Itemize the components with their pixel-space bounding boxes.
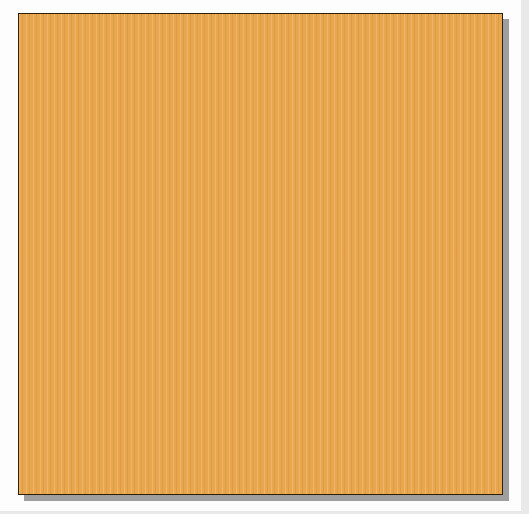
window-edge-right bbox=[521, 0, 529, 514]
go-game-screenshot bbox=[0, 0, 529, 514]
goban[interactable] bbox=[18, 13, 503, 495]
right-coordinates bbox=[501, 16, 521, 494]
left-coordinates bbox=[0, 16, 20, 494]
stones-layer bbox=[23, 17, 500, 495]
